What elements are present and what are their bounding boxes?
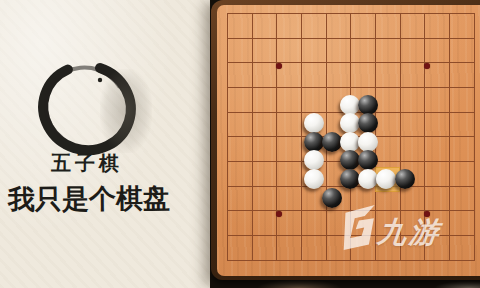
grid-cell[interactable] (327, 236, 352, 261)
grid-cell[interactable] (376, 236, 401, 261)
caption-text: 我只是个棋盘 (2, 180, 176, 218)
grid-cell[interactable] (425, 187, 450, 212)
grid-cell[interactable] (450, 137, 475, 162)
grid-cell[interactable] (401, 211, 426, 236)
grid-cell[interactable] (228, 211, 253, 236)
grid-cell[interactable] (425, 137, 450, 162)
grid-cell[interactable] (253, 137, 278, 162)
grid-cell[interactable] (277, 39, 302, 64)
grid-cell[interactable] (277, 162, 302, 187)
grid-cell[interactable] (425, 88, 450, 113)
grid-cell[interactable] (277, 236, 302, 261)
grid-cell[interactable] (228, 187, 253, 212)
white-stone[interactable] (340, 95, 360, 115)
white-stone[interactable] (304, 150, 324, 170)
game-title: 五子棋 (32, 150, 142, 177)
grid-cell[interactable] (228, 14, 253, 39)
grid-cell[interactable] (351, 39, 376, 64)
grid-cell[interactable] (450, 14, 475, 39)
grid-cell[interactable] (253, 211, 278, 236)
black-stone[interactable] (395, 169, 415, 189)
grid-cell[interactable] (351, 236, 376, 261)
grid-cell[interactable] (376, 39, 401, 64)
grid-cell[interactable] (425, 39, 450, 64)
grid-cell[interactable] (253, 236, 278, 261)
grid-cell[interactable] (327, 14, 352, 39)
left-calligraphy-panel: 五子棋 我只是个棋盘 (0, 0, 210, 288)
grid-cell[interactable] (401, 187, 426, 212)
grid-cell[interactable] (228, 39, 253, 64)
grid-cell[interactable] (302, 14, 327, 39)
grid-cell[interactable] (401, 88, 426, 113)
grid-cell[interactable] (253, 39, 278, 64)
grid-cell[interactable] (228, 113, 253, 138)
grid-cell[interactable] (401, 63, 426, 88)
grid-cell[interactable] (351, 187, 376, 212)
board-rim (211, 0, 480, 280)
grid-cell[interactable] (376, 137, 401, 162)
grid-cell[interactable] (277, 14, 302, 39)
board-panel: 九游 (210, 0, 480, 288)
white-stone[interactable] (340, 113, 360, 133)
grid-cell[interactable] (450, 39, 475, 64)
grid-cell[interactable] (425, 236, 450, 261)
black-stone[interactable] (340, 169, 360, 189)
grid-cell[interactable] (376, 88, 401, 113)
white-stone[interactable] (304, 169, 324, 189)
grid-cell[interactable] (450, 236, 475, 261)
grid-cell[interactable] (376, 113, 401, 138)
grid-cell[interactable] (450, 162, 475, 187)
white-stone[interactable] (304, 113, 324, 133)
grid-cell[interactable] (253, 88, 278, 113)
grid-cell[interactable] (253, 63, 278, 88)
grid-cell[interactable] (253, 187, 278, 212)
board-face[interactable] (217, 5, 480, 276)
grid-cell[interactable] (327, 63, 352, 88)
grid-cell[interactable] (351, 211, 376, 236)
white-stone[interactable] (358, 132, 378, 152)
grid-cell[interactable] (228, 63, 253, 88)
grid-cell[interactable] (450, 63, 475, 88)
grid-cell[interactable] (327, 39, 352, 64)
grid-cell[interactable] (401, 39, 426, 64)
grid-cell[interactable] (228, 88, 253, 113)
grid-cell[interactable] (302, 88, 327, 113)
grid-cell[interactable] (425, 113, 450, 138)
grid-cell[interactable] (302, 63, 327, 88)
black-stone[interactable] (358, 95, 378, 115)
grid-cell[interactable] (302, 236, 327, 261)
grid-cell[interactable] (401, 137, 426, 162)
grid-cell[interactable] (376, 63, 401, 88)
grid-cell[interactable] (351, 63, 376, 88)
grid-cell[interactable] (401, 236, 426, 261)
grid-cell[interactable] (228, 162, 253, 187)
grid-cell[interactable] (425, 14, 450, 39)
grid-cell[interactable] (450, 113, 475, 138)
black-stone[interactable] (304, 132, 324, 152)
grid-cell[interactable] (277, 137, 302, 162)
grid-cell[interactable] (277, 113, 302, 138)
grid-cell[interactable] (327, 211, 352, 236)
grid-cell[interactable] (425, 162, 450, 187)
grid-cell[interactable] (253, 14, 278, 39)
black-stone[interactable] (322, 132, 342, 152)
ink-smudge (100, 69, 152, 153)
grid-cell[interactable] (376, 14, 401, 39)
grid-cell[interactable] (376, 211, 401, 236)
white-stone[interactable] (358, 169, 378, 189)
grid-cell[interactable] (253, 162, 278, 187)
grid-cell[interactable] (228, 137, 253, 162)
grid-cell[interactable] (253, 113, 278, 138)
grid-cell[interactable] (302, 39, 327, 64)
grid-cell[interactable] (401, 113, 426, 138)
grid-cell[interactable] (450, 187, 475, 212)
enso-circle: 五子棋 (32, 53, 142, 163)
grid-cell[interactable] (277, 187, 302, 212)
grid-cell[interactable] (450, 211, 475, 236)
grid-cell[interactable] (351, 14, 376, 39)
white-stone[interactable] (340, 132, 360, 152)
grid-cell[interactable] (277, 88, 302, 113)
black-stone[interactable] (322, 188, 342, 208)
grid-cell[interactable] (228, 236, 253, 261)
grid-cell[interactable] (401, 14, 426, 39)
grid-cell[interactable] (450, 88, 475, 113)
grid-cell[interactable] (302, 211, 327, 236)
